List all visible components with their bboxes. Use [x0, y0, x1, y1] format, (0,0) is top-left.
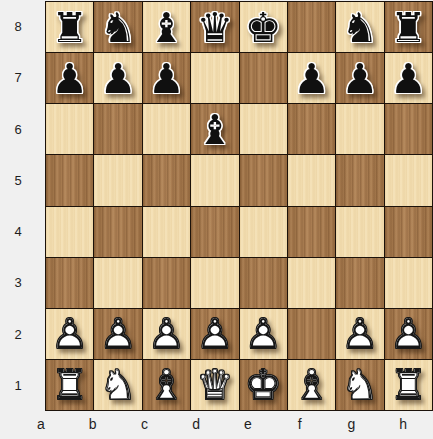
- square-b8[interactable]: ♞: [94, 2, 141, 52]
- piece-black-pawn[interactable]: ♟: [288, 53, 335, 103]
- square-d8[interactable]: ♛: [191, 2, 238, 52]
- piece-glyph: ♝: [143, 2, 190, 52]
- rank-label-6: 6: [0, 104, 36, 155]
- piece-black-knight[interactable]: ♞: [336, 2, 383, 52]
- file-label-e: e: [222, 412, 274, 436]
- piece-black-king[interactable]: ♚: [240, 2, 287, 52]
- square-g2[interactable]: ♟♙: [336, 309, 383, 359]
- square-b5[interactable]: [94, 155, 141, 205]
- square-b7[interactable]: ♟: [94, 53, 141, 103]
- square-d1[interactable]: ♛♕: [191, 360, 238, 410]
- square-f3[interactable]: [288, 258, 335, 308]
- file-label-h: h: [377, 412, 429, 436]
- square-b4[interactable]: [94, 207, 141, 257]
- piece-glyph: ♝: [191, 104, 238, 154]
- rank-label-5: 5: [0, 155, 36, 206]
- square-f6[interactable]: [288, 104, 335, 154]
- square-g1[interactable]: ♞♘: [336, 360, 383, 410]
- piece-white-pawn[interactable]: ♟♙: [46, 309, 93, 359]
- piece-glyph: ♟: [288, 53, 335, 103]
- piece-outline-glyph: ♘: [336, 360, 383, 410]
- piece-white-pawn[interactable]: ♟♙: [336, 309, 383, 359]
- piece-white-bishop[interactable]: ♝♗: [143, 360, 190, 410]
- piece-glyph: ♜: [385, 2, 432, 52]
- square-f7[interactable]: ♟: [288, 53, 335, 103]
- piece-glyph: ♟: [46, 53, 93, 103]
- square-h2[interactable]: ♟♙: [385, 309, 432, 359]
- piece-black-bishop[interactable]: ♝: [143, 2, 190, 52]
- square-d5[interactable]: [191, 155, 238, 205]
- square-f8[interactable]: [288, 2, 335, 52]
- square-c4[interactable]: [143, 207, 190, 257]
- piece-outline-glyph: ♘: [94, 360, 141, 410]
- square-g6[interactable]: [336, 104, 383, 154]
- square-h3[interactable]: [385, 258, 432, 308]
- piece-black-rook[interactable]: ♜: [385, 2, 432, 52]
- square-c5[interactable]: [143, 155, 190, 205]
- piece-black-rook[interactable]: ♜: [46, 2, 93, 52]
- square-d4[interactable]: [191, 207, 238, 257]
- piece-white-knight[interactable]: ♞♘: [336, 360, 383, 410]
- piece-white-pawn[interactable]: ♟♙: [191, 309, 238, 359]
- square-h8[interactable]: ♜: [385, 2, 432, 52]
- piece-glyph: ♟: [385, 53, 432, 103]
- rank-label-7: 7: [0, 52, 36, 103]
- piece-white-pawn[interactable]: ♟♙: [143, 309, 190, 359]
- piece-outline-glyph: ♙: [336, 309, 383, 359]
- square-a3[interactable]: [46, 258, 93, 308]
- square-c2[interactable]: ♟♙: [143, 309, 190, 359]
- piece-black-knight[interactable]: ♞: [94, 2, 141, 52]
- square-e8[interactable]: ♚: [240, 2, 287, 52]
- rank-label-3: 3: [0, 257, 36, 308]
- square-a5[interactable]: [46, 155, 93, 205]
- piece-white-king[interactable]: ♚♔: [240, 360, 287, 410]
- square-h5[interactable]: [385, 155, 432, 205]
- square-d7[interactable]: [191, 53, 238, 103]
- piece-glyph: ♟: [94, 53, 141, 103]
- piece-black-pawn[interactable]: ♟: [46, 53, 93, 103]
- piece-black-pawn[interactable]: ♟: [336, 53, 383, 103]
- square-c3[interactable]: [143, 258, 190, 308]
- square-a2[interactable]: ♟♙: [46, 309, 93, 359]
- square-a1[interactable]: ♜♖: [46, 360, 93, 410]
- square-h7[interactable]: ♟: [385, 53, 432, 103]
- square-b2[interactable]: ♟♙: [94, 309, 141, 359]
- square-e5[interactable]: [240, 155, 287, 205]
- rank-label-4: 4: [0, 206, 36, 257]
- square-f5[interactable]: [288, 155, 335, 205]
- piece-outline-glyph: ♙: [46, 309, 93, 359]
- square-a7[interactable]: ♟: [46, 53, 93, 103]
- square-e2[interactable]: ♟♙: [240, 309, 287, 359]
- square-g4[interactable]: [336, 207, 383, 257]
- piece-glyph: ♟: [336, 53, 383, 103]
- square-f2[interactable]: [288, 309, 335, 359]
- piece-glyph: ♚: [240, 2, 287, 52]
- square-d6[interactable]: ♝: [191, 104, 238, 154]
- square-h1[interactable]: ♜♖: [385, 360, 432, 410]
- piece-white-pawn[interactable]: ♟♙: [240, 309, 287, 359]
- piece-outline-glyph: ♙: [191, 309, 238, 359]
- piece-black-pawn[interactable]: ♟: [385, 53, 432, 103]
- square-e4[interactable]: [240, 207, 287, 257]
- square-c6[interactable]: [143, 104, 190, 154]
- piece-white-pawn[interactable]: ♟♙: [94, 309, 141, 359]
- square-g8[interactable]: ♞: [336, 2, 383, 52]
- chess-board-panel: 87654321 ♜♞♝♛♚♞♜♟♟♟♟♟♟♝♟♙♟♙♟♙♟♙♟♙♟♙♟♙♜♖♞…: [0, 0, 433, 439]
- square-e3[interactable]: [240, 258, 287, 308]
- piece-white-pawn[interactable]: ♟♙: [385, 309, 432, 359]
- chess-board: ♜♞♝♛♚♞♜♟♟♟♟♟♟♝♟♙♟♙♟♙♟♙♟♙♟♙♟♙♜♖♞♘♝♗♛♕♚♔♝♗…: [45, 1, 433, 411]
- piece-outline-glyph: ♔: [240, 360, 287, 410]
- piece-glyph: ♞: [336, 2, 383, 52]
- square-a8[interactable]: ♜: [46, 2, 93, 52]
- piece-outline-glyph: ♙: [385, 309, 432, 359]
- square-c8[interactable]: ♝: [143, 2, 190, 52]
- piece-outline-glyph: ♙: [240, 309, 287, 359]
- file-label-a: a: [15, 412, 67, 436]
- piece-glyph: ♜: [46, 2, 93, 52]
- square-f4[interactable]: [288, 207, 335, 257]
- piece-black-pawn[interactable]: ♟: [94, 53, 141, 103]
- square-b1[interactable]: ♞♘: [94, 360, 141, 410]
- file-label-b: b: [67, 412, 119, 436]
- file-labels: abcdefgh: [15, 412, 429, 436]
- square-e6[interactable]: [240, 104, 287, 154]
- square-f1[interactable]: ♝♗: [288, 360, 335, 410]
- piece-white-bishop[interactable]: ♝♗: [288, 360, 335, 410]
- piece-black-queen[interactable]: ♛: [191, 2, 238, 52]
- piece-black-pawn[interactable]: ♟: [143, 53, 190, 103]
- square-d2[interactable]: ♟♙: [191, 309, 238, 359]
- square-c7[interactable]: ♟: [143, 53, 190, 103]
- rank-label-1: 1: [0, 360, 36, 411]
- piece-outline-glyph: ♗: [143, 360, 190, 410]
- piece-glyph: ♟: [143, 53, 190, 103]
- piece-outline-glyph: ♙: [94, 309, 141, 359]
- piece-outline-glyph: ♗: [288, 360, 335, 410]
- square-a4[interactable]: [46, 207, 93, 257]
- square-b6[interactable]: [94, 104, 141, 154]
- file-label-f: f: [274, 412, 326, 436]
- piece-white-queen[interactable]: ♛♕: [191, 360, 238, 410]
- square-b3[interactable]: [94, 258, 141, 308]
- piece-glyph: ♞: [94, 2, 141, 52]
- piece-outline-glyph: ♖: [46, 360, 93, 410]
- file-label-c: c: [119, 412, 171, 436]
- square-a6[interactable]: [46, 104, 93, 154]
- file-label-g: g: [326, 412, 378, 436]
- rank-labels: 87654321: [0, 1, 36, 411]
- square-g5[interactable]: [336, 155, 383, 205]
- piece-white-knight[interactable]: ♞♘: [94, 360, 141, 410]
- square-g7[interactable]: ♟: [336, 53, 383, 103]
- piece-outline-glyph: ♖: [385, 360, 432, 410]
- piece-white-rook[interactable]: ♜♖: [385, 360, 432, 410]
- square-e7[interactable]: [240, 53, 287, 103]
- rank-label-8: 8: [0, 1, 36, 52]
- piece-glyph: ♛: [191, 2, 238, 52]
- square-h4[interactable]: [385, 207, 432, 257]
- square-h6[interactable]: [385, 104, 432, 154]
- square-e1[interactable]: ♚♔: [240, 360, 287, 410]
- file-label-d: d: [170, 412, 222, 436]
- square-d3[interactable]: [191, 258, 238, 308]
- piece-outline-glyph: ♙: [143, 309, 190, 359]
- square-c1[interactable]: ♝♗: [143, 360, 190, 410]
- square-g3[interactable]: [336, 258, 383, 308]
- rank-label-2: 2: [0, 309, 36, 360]
- piece-white-rook[interactable]: ♜♖: [46, 360, 93, 410]
- piece-black-bishop[interactable]: ♝: [191, 104, 238, 154]
- piece-outline-glyph: ♕: [191, 360, 238, 410]
